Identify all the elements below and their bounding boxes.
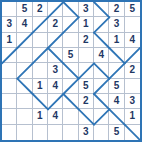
cell-r3c6[interactable]: 2 (79, 33, 94, 48)
cell-r1c1[interactable] (2, 2, 17, 17)
cell-r5c8[interactable] (109, 63, 124, 78)
cell-r9c8[interactable]: 5 (109, 125, 124, 140)
cell-r6c8[interactable]: 5 (109, 79, 124, 94)
cell-r2c6[interactable]: 1 (79, 17, 94, 32)
cell-r8c1[interactable] (2, 109, 17, 124)
cell-r2c1[interactable]: 3 (2, 17, 17, 32)
cell-r6c1[interactable] (2, 79, 17, 94)
cell-r4c9[interactable] (125, 48, 140, 63)
cell-r8c4[interactable]: 4 (48, 109, 63, 124)
cell-r7c3[interactable] (33, 94, 48, 109)
cell-r2c7[interactable] (94, 17, 109, 32)
cell-r8c6[interactable] (79, 109, 94, 124)
cell-r6c6[interactable]: 5 (79, 79, 94, 94)
cell-r7c8[interactable]: 4 (109, 94, 124, 109)
cell-r5c3[interactable] (33, 63, 48, 78)
cell-r9c9[interactable] (125, 125, 140, 140)
cell-r1c8[interactable]: 2 (109, 2, 124, 17)
cell-r9c5[interactable] (63, 125, 78, 140)
cell-r5c9[interactable]: 2 (125, 63, 140, 78)
cell-r7c6[interactable]: 2 (79, 94, 94, 109)
cell-r8c7[interactable] (94, 109, 109, 124)
cell-r6c7[interactable] (94, 79, 109, 94)
cell-r9c3[interactable] (33, 125, 48, 140)
cell-r4c6[interactable] (79, 48, 94, 63)
cell-r8c8[interactable] (109, 109, 124, 124)
cell-r1c7[interactable] (94, 2, 109, 17)
cell-r3c8[interactable]: 1 (109, 33, 124, 48)
cell-r9c4[interactable] (48, 125, 63, 140)
cell-r3c1[interactable]: 1 (2, 33, 17, 48)
cell-r7c2[interactable] (17, 94, 32, 109)
puzzle-board: 523253421312145432145524314135 (0, 0, 142, 142)
cell-r4c1[interactable] (2, 48, 17, 63)
cell-r5c5[interactable] (63, 63, 78, 78)
cell-r7c4[interactable] (48, 94, 63, 109)
cell-r1c4[interactable] (48, 2, 63, 17)
cell-r3c2[interactable] (17, 33, 32, 48)
cell-r1c3[interactable]: 2 (33, 2, 48, 17)
cell-r9c2[interactable] (17, 125, 32, 140)
cell-r9c7[interactable] (94, 125, 109, 140)
cell-r1c6[interactable]: 3 (79, 2, 94, 17)
cell-r2c3[interactable] (33, 17, 48, 32)
cell-r4c8[interactable] (109, 48, 124, 63)
cell-r2c9[interactable] (125, 17, 140, 32)
cell-r7c7[interactable] (94, 94, 109, 109)
puzzle-grid: 523253421312145432145524314135 (2, 2, 140, 140)
cell-r3c5[interactable] (63, 33, 78, 48)
cell-r1c2[interactable]: 5 (17, 2, 32, 17)
cell-r6c4[interactable]: 4 (48, 79, 63, 94)
cell-r3c3[interactable] (33, 33, 48, 48)
cell-r4c3[interactable] (33, 48, 48, 63)
cell-r8c3[interactable]: 1 (33, 109, 48, 124)
cell-r4c7[interactable]: 4 (94, 48, 109, 63)
cell-r3c4[interactable] (48, 33, 63, 48)
cell-r8c5[interactable] (63, 109, 78, 124)
cell-r6c5[interactable] (63, 79, 78, 94)
cell-r6c9[interactable] (125, 79, 140, 94)
cell-r1c9[interactable]: 5 (125, 2, 140, 17)
cell-r9c1[interactable] (2, 125, 17, 140)
cell-r4c4[interactable] (48, 48, 63, 63)
cell-r5c7[interactable] (94, 63, 109, 78)
cell-r2c8[interactable]: 3 (109, 17, 124, 32)
cell-r7c1[interactable] (2, 94, 17, 109)
cell-r5c2[interactable] (17, 63, 32, 78)
cell-r3c7[interactable] (94, 33, 109, 48)
cell-r8c2[interactable] (17, 109, 32, 124)
cell-r5c4[interactable]: 3 (48, 63, 63, 78)
cell-r7c5[interactable] (63, 94, 78, 109)
cell-r5c6[interactable] (79, 63, 94, 78)
cell-r6c3[interactable]: 1 (33, 79, 48, 94)
cell-r9c6[interactable]: 3 (79, 125, 94, 140)
cell-r6c2[interactable] (17, 79, 32, 94)
cell-r2c4[interactable]: 2 (48, 17, 63, 32)
cell-r2c5[interactable] (63, 17, 78, 32)
cell-r3c9[interactable]: 4 (125, 33, 140, 48)
cell-r2c2[interactable]: 4 (17, 17, 32, 32)
cell-r8c9[interactable]: 1 (125, 109, 140, 124)
cell-r7c9[interactable]: 3 (125, 94, 140, 109)
cell-r4c2[interactable] (17, 48, 32, 63)
cell-r4c5[interactable]: 5 (63, 48, 78, 63)
cell-r5c1[interactable] (2, 63, 17, 78)
cell-r1c5[interactable] (63, 2, 78, 17)
